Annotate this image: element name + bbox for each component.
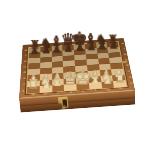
left-rank-label-8: 8 (23, 49, 30, 52)
left-rank-label-6: 6 (22, 60, 29, 63)
right-rank-label-7: 7 (120, 47, 127, 50)
right-rank-label-8: 8 (119, 42, 126, 45)
left-rank-label-5: 5 (21, 65, 28, 68)
scene: abcdefgh8877665544332211 ♜♞♝♛♚♝♞♜♟♟♟♟♟♟♟… (0, 0, 150, 150)
white-rook-a1[interactable]: ♜ (23, 78, 44, 91)
brass-clasp[interactable] (58, 96, 69, 109)
chess-set-photo: abcdefgh8877665544332211 ♜♞♝♛♚♝♞♜♟♟♟♟♟♟♟… (0, 0, 150, 150)
white-queen-d1[interactable]: ♛ (60, 70, 81, 89)
folding-chess-box: abcdefgh8877665544332211 ♜♞♝♛♚♝♞♜♟♟♟♟♟♟♟… (19, 38, 135, 98)
right-rank-label-6: 6 (121, 53, 128, 56)
right-rank-label-5: 5 (123, 58, 130, 61)
left-rank-label-7: 7 (22, 54, 29, 57)
clasp-hasp (62, 105, 65, 109)
white-rook-h1[interactable]: ♜ (109, 72, 130, 85)
white-bishop-f1[interactable]: ♝ (85, 71, 106, 87)
